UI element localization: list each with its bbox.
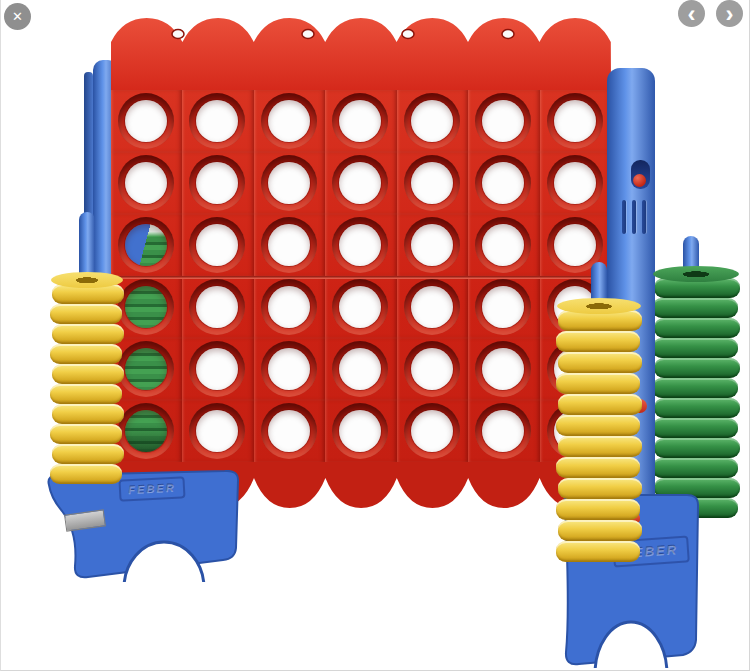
board-hole (404, 341, 460, 397)
drop-slot-hole (502, 30, 514, 39)
board-cell (325, 90, 396, 152)
disc-stack-back-right (653, 236, 739, 518)
disc-ring (50, 384, 122, 404)
board-cell (325, 214, 396, 276)
disc-stack-front-left (51, 212, 123, 484)
board-cell (468, 214, 539, 276)
board-hole (118, 155, 174, 211)
board-hole-opening (482, 410, 524, 452)
board-hole-opening (339, 224, 381, 266)
board-hole-opening (125, 162, 167, 204)
disc-ring (52, 364, 124, 384)
board-hole-opening (482, 348, 524, 390)
disc-ring (50, 464, 122, 484)
board-cell (540, 90, 611, 152)
board-hole-opening (268, 100, 310, 142)
connect-four-board (111, 10, 611, 510)
board-hole (332, 155, 388, 211)
board-hole-opening (339, 286, 381, 328)
close-icon: ✕ (12, 9, 23, 24)
board-cell (325, 152, 396, 214)
board-hole (404, 403, 460, 459)
disc-ring (652, 338, 738, 358)
drop-slot-hole (302, 30, 314, 39)
board-hole (332, 217, 388, 273)
board-cell (111, 90, 182, 152)
disc-ring (52, 444, 124, 464)
board-hole-opening (125, 286, 167, 328)
disc-ring (50, 304, 122, 324)
disc-ring (556, 499, 640, 520)
board-hole (475, 279, 531, 335)
chevron-right-icon: › (726, 2, 734, 25)
disc-ring (556, 457, 640, 478)
board-hole (475, 93, 531, 149)
board-hole-opening (411, 410, 453, 452)
board-top-rail (111, 10, 611, 90)
board-hole-opening (482, 162, 524, 204)
board-hole-opening (339, 162, 381, 204)
board-hole-opening (196, 224, 238, 266)
disc-ring (52, 404, 124, 424)
board-hole (475, 155, 531, 211)
board-cell (254, 338, 325, 400)
board-hole-opening (339, 410, 381, 452)
disc-ring (556, 373, 640, 394)
board-hole (118, 403, 174, 459)
disc-ring (652, 378, 738, 398)
board-cell (182, 276, 253, 338)
board-cell (397, 152, 468, 214)
board-hole-opening (268, 162, 310, 204)
board-cell (397, 276, 468, 338)
board-hole (189, 217, 245, 273)
board-hole (332, 403, 388, 459)
disc-ring (654, 318, 740, 338)
board-cell (182, 152, 253, 214)
board-cell (397, 214, 468, 276)
board-hole (404, 155, 460, 211)
board-hole-opening (125, 100, 167, 142)
board-hole (261, 155, 317, 211)
disc-ring (652, 418, 738, 438)
board-hole-opening (268, 348, 310, 390)
board-hole-opening (196, 410, 238, 452)
board-cell (254, 400, 325, 462)
board-hole (189, 155, 245, 211)
lightbox-stage: FEBER FEBER ✕ ‹ › (0, 0, 750, 671)
board-hole (261, 93, 317, 149)
disc-ring (654, 438, 740, 458)
board-seam (111, 276, 611, 279)
board-hole (118, 341, 174, 397)
board-cell (468, 90, 539, 152)
board-cell (182, 400, 253, 462)
board-cell (325, 276, 396, 338)
stack-post-back-left (84, 72, 93, 222)
board-hole (404, 279, 460, 335)
board-hole (189, 279, 245, 335)
disc-ring (558, 436, 642, 457)
disc-stack-front-right (557, 262, 641, 562)
board-cell (397, 338, 468, 400)
board-hole (189, 93, 245, 149)
board-cell (468, 338, 539, 400)
grip-groove (632, 200, 636, 234)
disc-ring (556, 415, 640, 436)
board-hole (261, 279, 317, 335)
board-hole-opening (339, 100, 381, 142)
board-hole-opening (268, 224, 310, 266)
board-hole (261, 217, 317, 273)
disc-ring (50, 344, 122, 364)
board-cell (397, 90, 468, 152)
disc-ring (52, 324, 124, 344)
release-slot (631, 160, 650, 189)
board-hole-opening (268, 410, 310, 452)
board-hole-opening (554, 100, 596, 142)
disc-ring (558, 394, 642, 415)
close-button[interactable]: ✕ (4, 3, 31, 30)
board-hole-opening (554, 162, 596, 204)
board-hole-opening (268, 286, 310, 328)
disc-ring (654, 358, 740, 378)
board-cell (397, 400, 468, 462)
board-hole-opening (411, 348, 453, 390)
board-hole (475, 341, 531, 397)
release-knob[interactable] (633, 174, 646, 187)
drop-slot-hole (402, 30, 414, 39)
disc-ring-top-face (557, 298, 641, 314)
board-cell (254, 276, 325, 338)
board-cell (182, 214, 253, 276)
board-cell (325, 338, 396, 400)
disc-ring (558, 352, 642, 373)
disc-ring-top-face (653, 266, 739, 282)
board-hole-opening (411, 100, 453, 142)
board-hole (547, 155, 603, 211)
board-hole (404, 217, 460, 273)
board-hole (118, 217, 174, 273)
board-hole-opening (125, 410, 167, 452)
board-hole (261, 341, 317, 397)
board-hole (547, 93, 603, 149)
board-hole (404, 93, 460, 149)
grip-groove (642, 200, 646, 234)
board-cell (182, 338, 253, 400)
board-hole (261, 403, 317, 459)
chevron-left-icon: ‹ (688, 2, 696, 25)
grip-groove (622, 200, 626, 234)
disc-ring (652, 458, 738, 478)
board-hole (475, 217, 531, 273)
disc-ring (652, 298, 738, 318)
board-cell (325, 400, 396, 462)
board-cell (254, 152, 325, 214)
board-hole-opening (411, 162, 453, 204)
disc-ring (558, 478, 642, 499)
board-cell (182, 90, 253, 152)
board-hole-opening (125, 224, 167, 266)
board-hole (189, 403, 245, 459)
board-hole (118, 93, 174, 149)
drop-slot-hole (172, 30, 184, 39)
board-hole-opening (196, 348, 238, 390)
board-hole-opening (411, 224, 453, 266)
board-hole (118, 279, 174, 335)
board-hole (475, 403, 531, 459)
board-hole-opening (196, 100, 238, 142)
board-hole (189, 341, 245, 397)
board-cell (254, 90, 325, 152)
board-hole (332, 93, 388, 149)
board-hole (332, 279, 388, 335)
disc-ring (556, 331, 640, 352)
board-hole-opening (554, 224, 596, 266)
board-cell (540, 152, 611, 214)
next-image-button[interactable]: › (716, 0, 743, 27)
board-hole-opening (482, 286, 524, 328)
prev-image-button[interactable]: ‹ (678, 0, 705, 27)
disc-ring-top-face (51, 272, 123, 288)
brand-emboss-left: FEBER (118, 476, 185, 501)
board-hole-opening (482, 224, 524, 266)
board-hole-opening (196, 162, 238, 204)
board-hole-opening (411, 286, 453, 328)
board-cell (468, 152, 539, 214)
disc-ring (654, 398, 740, 418)
board-cell (111, 152, 182, 214)
disc-ring (558, 520, 642, 541)
board-hole-opening (339, 348, 381, 390)
board-hole-opening (125, 348, 167, 390)
board-cell (468, 400, 539, 462)
disc-ring (50, 424, 122, 444)
board-cell (254, 214, 325, 276)
board-hole-opening (482, 100, 524, 142)
disc-ring (556, 541, 640, 562)
board-hole (332, 341, 388, 397)
board-hole-opening (196, 286, 238, 328)
board-cell (468, 276, 539, 338)
